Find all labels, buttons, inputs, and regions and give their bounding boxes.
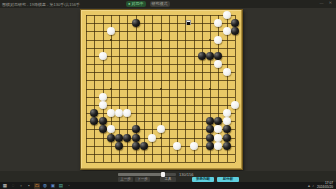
move-slider[interactable] xyxy=(118,173,176,176)
search-icon[interactable]: ◌ xyxy=(10,183,16,189)
clock-date: 2024/05/20 xyxy=(317,186,333,189)
white-stone xyxy=(99,93,107,101)
black-stone xyxy=(132,142,140,150)
go-board[interactable] xyxy=(80,9,243,170)
status-badge-mode: 研究模式 xyxy=(150,1,170,7)
white-stone xyxy=(214,142,222,150)
white-stone xyxy=(107,27,115,35)
star-point xyxy=(209,39,211,41)
white-stone xyxy=(223,27,231,35)
white-stone xyxy=(107,109,115,117)
white-stone xyxy=(99,101,107,109)
black-stone xyxy=(206,52,214,60)
pinned-dot-icon[interactable]: · xyxy=(66,183,72,189)
white-stone xyxy=(123,109,131,117)
black-stone xyxy=(99,117,107,125)
star-point xyxy=(160,137,162,139)
taskbar: ▦◌▫▪🗀◍▣▤· ▲ ♪ 17:07 2024/05/20 xyxy=(0,182,336,189)
black-stone xyxy=(99,125,107,133)
black-stone xyxy=(223,134,231,142)
control-bar: 130/156 上一步 下一步 工具 形势判断 AI分析 xyxy=(0,171,336,182)
grid-line-vertical xyxy=(177,15,178,162)
menu-icon[interactable]: ▦ xyxy=(2,183,8,189)
white-stone xyxy=(157,125,165,133)
black-stone xyxy=(132,125,140,133)
black-stone xyxy=(223,125,231,133)
white-stone xyxy=(214,36,222,44)
workspace-icon[interactable]: ▫ xyxy=(18,183,24,189)
board-grid xyxy=(86,15,235,162)
black-stone xyxy=(90,109,98,117)
white-stone xyxy=(223,109,231,117)
white-stone xyxy=(231,101,239,109)
grid-line-vertical xyxy=(194,15,195,162)
white-stone xyxy=(115,109,123,117)
desktop-background xyxy=(0,8,336,171)
black-stone xyxy=(107,134,115,142)
white-stone xyxy=(214,60,222,68)
move-slider-fill xyxy=(118,173,163,176)
grid-line-vertical xyxy=(202,15,203,162)
black-stone xyxy=(206,117,214,125)
status-badge-connected: ● 对局中 xyxy=(126,1,146,7)
white-stone xyxy=(148,134,156,142)
star-point xyxy=(110,88,112,90)
star-point xyxy=(160,88,162,90)
white-stone xyxy=(223,117,231,125)
browser-icon[interactable]: ◍ xyxy=(42,183,48,189)
title-bar: 围棋对局研究 - 19路棋盘 - 第130手/共156手 ● 对局中 研究模式 … xyxy=(0,0,336,8)
black-stone xyxy=(132,134,140,142)
terminal-icon[interactable]: ▤ xyxy=(58,183,64,189)
black-stone xyxy=(198,52,206,60)
white-stone xyxy=(214,125,222,133)
black-stone xyxy=(115,142,123,150)
apps-icon[interactable]: ▪ xyxy=(26,183,32,189)
grid-line-vertical xyxy=(185,15,186,162)
grid-line-vertical xyxy=(169,15,170,162)
black-stone xyxy=(206,134,214,142)
white-stone xyxy=(190,142,198,150)
move-counter: 130/156 xyxy=(179,172,193,177)
grid-line-horizontal xyxy=(86,105,235,106)
star-point xyxy=(160,39,162,41)
black-stone xyxy=(115,134,123,142)
grid-line-horizontal xyxy=(86,97,235,98)
star-point xyxy=(209,88,211,90)
black-stone xyxy=(132,19,140,27)
black-stone xyxy=(214,117,222,125)
black-stone xyxy=(140,142,148,150)
white-stone xyxy=(214,19,222,27)
black-stone xyxy=(231,27,239,35)
black-stone xyxy=(214,52,222,60)
window-controls[interactable]: — ✕ xyxy=(320,0,334,5)
white-stone xyxy=(99,52,107,60)
white-stone xyxy=(223,11,231,19)
black-stone xyxy=(223,142,231,150)
white-stone xyxy=(223,68,231,76)
white-stone xyxy=(173,142,181,150)
black-stone xyxy=(90,117,98,125)
grid-line-vertical xyxy=(235,15,236,162)
files-icon[interactable]: 🗀 xyxy=(34,183,40,189)
system-tray: ▲ ♪ 17:07 2024/05/20 xyxy=(307,182,335,189)
black-stone xyxy=(206,142,214,150)
grid-line-horizontal xyxy=(86,162,235,163)
black-stone xyxy=(123,134,131,142)
white-stone xyxy=(214,134,222,142)
editor-icon[interactable]: ▣ xyxy=(50,183,56,189)
star-point xyxy=(110,39,112,41)
board-cursor-icon xyxy=(186,20,191,25)
black-stone xyxy=(231,19,239,27)
black-stone xyxy=(206,125,214,133)
window-title: 围棋对局研究 - 19路棋盘 - 第130手/共156手 xyxy=(2,2,80,7)
grid-line-horizontal xyxy=(86,154,235,155)
white-stone xyxy=(107,125,115,133)
taskbar-clock[interactable]: 17:07 2024/05/20 xyxy=(317,182,333,189)
